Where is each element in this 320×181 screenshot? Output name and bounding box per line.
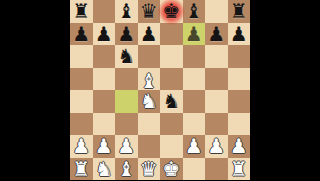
piece-black-queen[interactable]: ♛: [138, 0, 161, 23]
square-e7[interactable]: [160, 23, 183, 46]
square-g1[interactable]: [205, 158, 228, 181]
piece-black-rook[interactable]: ♜: [70, 0, 93, 23]
square-e3[interactable]: [160, 113, 183, 136]
square-e2[interactable]: [160, 135, 183, 158]
square-f2[interactable]: ♟: [183, 135, 206, 158]
square-d8[interactable]: ♛: [138, 0, 161, 23]
piece-black-bishop[interactable]: ♝: [115, 0, 138, 23]
square-g6[interactable]: [205, 45, 228, 68]
square-a4[interactable]: [70, 90, 93, 113]
piece-white-king[interactable]: ♚: [160, 158, 183, 181]
letterbox-left: [0, 0, 70, 180]
square-g8[interactable]: [205, 0, 228, 23]
piece-black-knight[interactable]: ♞: [160, 90, 183, 113]
piece-black-pawn[interactable]: ♟: [93, 23, 116, 46]
square-d2[interactable]: [138, 135, 161, 158]
video-frame: ♜♝♛♚♝♜♟♟♟♟♟♟♟♞♝♞♞♟♟♟♟♟♟♜♞♝♛♚♜: [0, 0, 320, 180]
square-h6[interactable]: [228, 45, 251, 68]
square-a1[interactable]: ♜: [70, 158, 93, 181]
square-b1[interactable]: ♞: [93, 158, 116, 181]
piece-white-pawn[interactable]: ♟: [70, 135, 93, 158]
piece-white-rook[interactable]: ♜: [70, 158, 93, 181]
square-c2[interactable]: ♟: [115, 135, 138, 158]
square-e6[interactable]: [160, 45, 183, 68]
square-g5[interactable]: [205, 68, 228, 91]
piece-black-pawn[interactable]: ♟: [70, 23, 93, 46]
piece-black-pawn[interactable]: ♟: [228, 23, 251, 46]
square-d4[interactable]: ♞: [138, 90, 161, 113]
square-b8[interactable]: [93, 0, 116, 23]
square-e8[interactable]: ♚: [160, 0, 183, 23]
piece-black-rook[interactable]: ♜: [228, 0, 251, 23]
piece-black-pawn[interactable]: ♟: [138, 23, 161, 46]
square-d6[interactable]: [138, 45, 161, 68]
square-f3[interactable]: [183, 113, 206, 136]
square-a8[interactable]: ♜: [70, 0, 93, 23]
square-h1[interactable]: ♜: [228, 158, 251, 181]
square-b5[interactable]: [93, 68, 116, 91]
piece-white-knight[interactable]: ♞: [93, 158, 116, 181]
square-b6[interactable]: [93, 45, 116, 68]
square-c7[interactable]: ♟: [115, 23, 138, 46]
piece-white-pawn[interactable]: ♟: [93, 135, 116, 158]
square-h8[interactable]: ♜: [228, 0, 251, 23]
square-h2[interactable]: ♟: [228, 135, 251, 158]
square-g2[interactable]: ♟: [205, 135, 228, 158]
square-a7[interactable]: ♟: [70, 23, 93, 46]
square-h5[interactable]: [228, 68, 251, 91]
piece-black-pawn[interactable]: ♟: [115, 23, 138, 46]
piece-white-knight[interactable]: ♞: [138, 90, 161, 113]
square-c8[interactable]: ♝: [115, 0, 138, 23]
square-f4[interactable]: [183, 90, 206, 113]
square-c5[interactable]: [115, 68, 138, 91]
piece-white-pawn[interactable]: ♟: [115, 135, 138, 158]
piece-black-bishop[interactable]: ♝: [183, 0, 206, 23]
piece-white-rook[interactable]: ♜: [228, 158, 251, 181]
piece-black-knight[interactable]: ♞: [115, 45, 138, 68]
square-b4[interactable]: [93, 90, 116, 113]
square-d5[interactable]: ♝: [138, 68, 161, 91]
square-f7[interactable]: ♟: [183, 23, 206, 46]
square-h3[interactable]: [228, 113, 251, 136]
square-h7[interactable]: ♟: [228, 23, 251, 46]
square-d3[interactable]: [138, 113, 161, 136]
square-f6[interactable]: [183, 45, 206, 68]
piece-white-pawn[interactable]: ♟: [228, 135, 251, 158]
square-c1[interactable]: ♝: [115, 158, 138, 181]
letterbox-right: [250, 0, 320, 180]
square-g3[interactable]: [205, 113, 228, 136]
square-c4[interactable]: [115, 90, 138, 113]
piece-black-pawn[interactable]: ♟: [205, 23, 228, 46]
square-b2[interactable]: ♟: [93, 135, 116, 158]
piece-white-pawn[interactable]: ♟: [183, 135, 206, 158]
square-a3[interactable]: [70, 113, 93, 136]
square-e5[interactable]: [160, 68, 183, 91]
piece-white-queen[interactable]: ♛: [138, 158, 161, 181]
square-f8[interactable]: ♝: [183, 0, 206, 23]
square-a2[interactable]: ♟: [70, 135, 93, 158]
piece-black-pawn[interactable]: ♟: [183, 23, 206, 46]
square-d1[interactable]: ♛: [138, 158, 161, 181]
square-a6[interactable]: [70, 45, 93, 68]
square-f1[interactable]: [183, 158, 206, 181]
square-e4[interactable]: ♞: [160, 90, 183, 113]
piece-white-bishop[interactable]: ♝: [138, 70, 161, 93]
square-c3[interactable]: [115, 113, 138, 136]
piece-black-king[interactable]: ♚: [160, 0, 183, 23]
piece-white-pawn[interactable]: ♟: [205, 135, 228, 158]
square-b7[interactable]: ♟: [93, 23, 116, 46]
piece-white-bishop[interactable]: ♝: [115, 158, 138, 181]
chess-board[interactable]: ♜♝♛♚♝♜♟♟♟♟♟♟♟♞♝♞♞♟♟♟♟♟♟♜♞♝♛♚♜: [70, 0, 250, 180]
square-g7[interactable]: ♟: [205, 23, 228, 46]
square-f5[interactable]: [183, 68, 206, 91]
square-d7[interactable]: ♟: [138, 23, 161, 46]
square-c6[interactable]: ♞: [115, 45, 138, 68]
square-e1[interactable]: ♚: [160, 158, 183, 181]
square-b3[interactable]: [93, 113, 116, 136]
square-g4[interactable]: [205, 90, 228, 113]
square-h4[interactable]: [228, 90, 251, 113]
square-a5[interactable]: [70, 68, 93, 91]
